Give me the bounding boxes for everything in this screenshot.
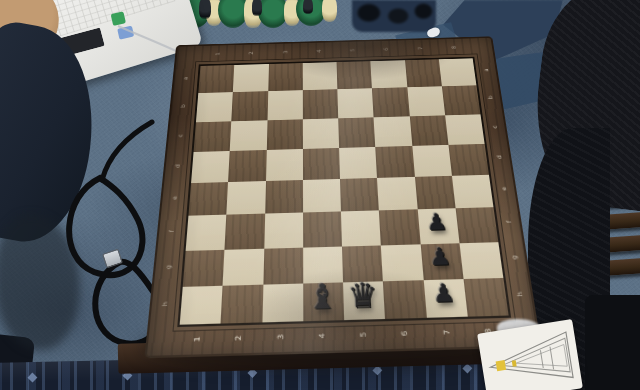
square-h8 [463,278,508,317]
square-f4 [303,212,342,247]
square-b7 [407,86,445,115]
square-d5 [339,147,377,179]
piece-silhouette [199,0,211,19]
square-c4 [303,118,339,149]
square-a1 [198,65,234,93]
square-e3 [265,180,303,214]
black-pawn-g7: ♟ [428,245,452,270]
square-h4: ♝ [303,282,344,321]
black-pawn-f7: ♟ [425,210,449,233]
square-b6 [372,87,409,116]
square-e1 [188,182,228,216]
square-g6 [381,244,423,281]
carpet-medallion [322,0,337,22]
square-h6 [383,280,426,319]
square-f5 [341,211,381,246]
square-a5 [337,61,373,89]
scene-photo: ♟♟♝♛♟ 12345678 12345678 abcdefgh abcdefg… [0,0,640,390]
black-bishop-h4: ♝ [307,280,338,315]
piece-silhouette [303,0,313,14]
square-f8 [455,207,498,242]
square-h2 [221,284,263,323]
band-dot [462,363,472,373]
square-h1 [180,285,223,324]
square-b5 [337,88,373,117]
square-e5 [340,178,379,212]
square-b8 [442,86,481,115]
square-c7 [409,115,448,146]
square-f7: ♟ [417,208,459,243]
square-h3 [262,283,303,322]
square-a7 [405,59,442,87]
black-pawn-h7: ♟ [431,281,456,307]
square-c2 [230,120,267,151]
square-c5 [338,117,375,148]
square-d6 [375,146,414,178]
chessboard: ♟♟♝♛♟ 12345678 12345678 abcdefgh abcdefg… [144,36,541,358]
square-c8 [445,114,485,145]
black-queen-h5: ♛ [347,279,379,314]
square-c1 [194,121,232,152]
square-a8 [439,58,477,86]
square-b3 [267,90,303,120]
square-f2 [225,214,265,250]
black-cable-tail [102,122,152,180]
laptop-sticker-blue [117,26,134,40]
square-g2 [223,248,264,285]
square-e2 [227,181,266,215]
square-c3 [266,119,302,150]
square-d2 [228,150,266,182]
dark-corner [585,295,640,390]
square-a3 [268,63,303,91]
square-c6 [374,116,412,147]
square-f6 [379,210,420,245]
square-h5: ♛ [343,281,385,320]
piece-silhouette [252,0,262,16]
square-a6 [371,60,407,88]
square-b4 [303,89,339,118]
square-g8 [459,242,503,279]
usb-plug [102,249,123,269]
square-d4 [303,148,340,180]
square-e7 [414,176,455,210]
carpet-navy-motif [352,0,436,32]
band-dot [28,373,38,383]
square-g1 [183,249,225,286]
square-e6 [377,177,417,211]
carpet-shadow [0,215,80,350]
square-g7: ♟ [420,243,463,280]
square-d7 [412,145,452,177]
square-d8 [448,144,489,176]
square-b1 [196,92,233,122]
square-b2 [232,91,268,121]
square-a4 [303,62,338,90]
square-a2 [233,64,268,92]
square-d1 [191,151,230,183]
square-f1 [186,215,227,251]
square-f3 [264,213,303,248]
square-h7: ♟ [423,279,467,318]
square-e8 [452,175,494,209]
laptop-sticker-green [111,11,126,26]
board-grid: ♟♟♝♛♟ [177,57,511,327]
square-e4 [303,179,341,213]
square-g3 [263,247,303,284]
square-d3 [266,149,303,181]
